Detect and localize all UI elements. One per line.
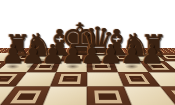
pieces-layer: ♜♞♝♚♛♝♞♜♟♟♟♟♟♟♟♟ bbox=[0, 0, 175, 105]
chess-piece-pawn: ♟ bbox=[140, 41, 163, 67]
knight-shadow bbox=[30, 58, 48, 63]
chess-piece-pawn: ♟ bbox=[120, 41, 143, 67]
chess-piece-pawn: ♟ bbox=[99, 41, 122, 67]
bishop-shadow bbox=[107, 58, 127, 63]
chess-piece-pawn: ♟ bbox=[1, 41, 24, 67]
chess-piece-bishop: ♝ bbox=[101, 25, 133, 61]
chess-piece-pawn: ♟ bbox=[21, 41, 44, 67]
pawn-shadow bbox=[104, 64, 118, 69]
pawn-shadow bbox=[6, 64, 20, 69]
pawn-shadow bbox=[66, 64, 80, 69]
pawn-shadow bbox=[125, 64, 139, 69]
knight-shadow bbox=[127, 58, 145, 63]
chess-piece-rook: ♜ bbox=[5, 31, 32, 61]
queen-shadow bbox=[87, 58, 108, 63]
chess-set-photo: ♜♞♝♚♛♝♞♜♟♟♟♟♟♟♟♟ bbox=[0, 0, 175, 105]
chess-piece-rook: ♜ bbox=[141, 31, 168, 61]
rook-shadow bbox=[146, 58, 163, 63]
chess-piece-pawn: ♟ bbox=[41, 41, 64, 67]
chess-piece-king: ♚ bbox=[61, 18, 100, 61]
pawn-shadow bbox=[85, 64, 99, 69]
bishop-shadow bbox=[50, 58, 70, 63]
chess-piece-pawn: ♟ bbox=[80, 41, 103, 67]
rook-shadow bbox=[10, 58, 27, 63]
chess-board bbox=[0, 0, 175, 48]
board-grid bbox=[0, 0, 175, 48]
chess-piece-knight: ♞ bbox=[25, 29, 54, 61]
pawn-shadow bbox=[26, 64, 40, 69]
chess-piece-pawn: ♟ bbox=[61, 41, 84, 67]
pawn-shadow bbox=[145, 64, 159, 69]
chess-piece-bishop: ♝ bbox=[44, 25, 76, 61]
chess-piece-knight: ♞ bbox=[122, 29, 151, 61]
king-shadow bbox=[68, 58, 92, 63]
chess-piece-queen: ♛ bbox=[81, 22, 116, 61]
pawn-shadow bbox=[46, 64, 60, 69]
